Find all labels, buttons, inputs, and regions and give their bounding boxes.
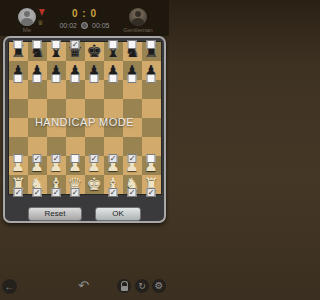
handicap-panel: HANDICAP MODE ♜♞♝♛✓♚♝♞♜♟♟♟♟♟♟♟♟♟♟✓♟✓♟♟✓♟…: [3, 36, 166, 223]
handicap-checkbox-c7[interactable]: [52, 74, 61, 83]
square-a2: ♟: [9, 156, 28, 175]
ok-button[interactable]: OK: [95, 207, 141, 221]
square-c7: ♟: [47, 61, 66, 80]
gear-icon: ⚙: [155, 279, 164, 293]
app-screen: ♛ Me 0 : 0 00:02 00:05 Gentleman HANDICA…: [0, 0, 169, 300]
lock-button[interactable]: [117, 279, 131, 293]
square-a8: ♜: [9, 42, 28, 61]
back-button[interactable]: ←: [2, 279, 17, 294]
back-icon: ←: [5, 280, 15, 294]
scoreboard: ♛ Me 0 : 0 00:02 00:05 Gentleman: [0, 0, 169, 36]
reset-button[interactable]: Reset: [28, 207, 82, 221]
square-e8: ♚: [85, 42, 104, 61]
square-f7: ♟: [104, 61, 123, 80]
handicap-checkbox-c8[interactable]: [52, 40, 61, 49]
square-a1: ♜✓: [9, 175, 28, 194]
square-a7: ♟: [9, 61, 28, 80]
square-e1: ♚: [85, 175, 104, 194]
square-d1: ♛✓: [66, 175, 85, 194]
undo-icon: ↶: [78, 278, 89, 293]
handicap-checkbox-f8[interactable]: [109, 40, 118, 49]
handicap-checkbox-d8[interactable]: ✓: [71, 40, 80, 49]
square-b8: ♞: [28, 42, 47, 61]
handicap-checkbox-d1[interactable]: ✓: [71, 188, 80, 197]
panel-buttons: Reset OK: [5, 207, 164, 221]
square-c1: ♝✓: [47, 175, 66, 194]
handicap-checkbox-h1[interactable]: ✓: [147, 188, 156, 197]
square-d2: ♟: [66, 156, 85, 175]
square-b1: ♞✓: [28, 175, 47, 194]
handicap-checkbox-e2[interactable]: ✓: [90, 154, 99, 163]
square-g1: ♞✓: [123, 175, 142, 194]
square-b2: ♟✓: [28, 156, 47, 175]
right-timer: 00:05: [92, 22, 110, 29]
right-player-name: Gentleman: [116, 27, 160, 33]
left-timer: 00:02: [59, 22, 77, 29]
handicap-checkbox-c1[interactable]: ✓: [52, 188, 61, 197]
undo-button[interactable]: ↶: [78, 278, 89, 293]
square-d8: ♛✓: [66, 42, 85, 61]
handicap-checkbox-b1[interactable]: ✓: [33, 188, 42, 197]
handicap-checkbox-h7[interactable]: [147, 74, 156, 83]
refresh-icon: ↻: [138, 279, 146, 293]
square-c2: ♟✓: [47, 156, 66, 175]
square-f8: ♝: [104, 42, 123, 61]
handicap-checkbox-g7[interactable]: [128, 74, 137, 83]
square-b7: ♟: [28, 61, 47, 80]
square-h7: ♟: [142, 61, 161, 80]
white-king-piece: ♚: [86, 175, 101, 194]
settings-button[interactable]: ⚙: [152, 279, 166, 293]
handicap-checkbox-a1[interactable]: ✓: [14, 188, 23, 197]
square-d7: ♟: [66, 61, 85, 80]
handicap-checkbox-b2[interactable]: ✓: [33, 154, 42, 163]
square-f2: ♟✓: [104, 156, 123, 175]
square-h1: ♜✓: [142, 175, 161, 194]
square-h8: ♜: [142, 42, 161, 61]
handicap-checkbox-a7[interactable]: [14, 74, 23, 83]
clock-icon: [81, 22, 88, 29]
handicap-checkbox-g1[interactable]: ✓: [128, 188, 137, 197]
square-g2: ♟✓: [123, 156, 142, 175]
handicap-checkbox-f7[interactable]: [109, 74, 118, 83]
square-e7: ♟: [85, 61, 104, 80]
handicap-checkbox-d2[interactable]: [71, 154, 80, 163]
refresh-button[interactable]: ↻: [135, 279, 149, 293]
handicap-checkbox-a8[interactable]: [14, 40, 23, 49]
handicap-mode-label: HANDICAP MODE: [9, 116, 161, 128]
handicap-checkbox-g2[interactable]: ✓: [128, 154, 137, 163]
square-c8: ♝: [47, 42, 66, 61]
handicap-checkbox-d7[interactable]: [71, 74, 80, 83]
handicap-checkbox-e7[interactable]: [90, 74, 99, 83]
square-h2: ♟: [142, 156, 161, 175]
handicap-checkbox-c2[interactable]: ✓: [52, 154, 61, 163]
handicap-checkbox-h8[interactable]: [147, 40, 156, 49]
right-player-avatar: [129, 8, 147, 26]
bottom-bar: ← ↶ ↻ ⚙: [0, 270, 169, 300]
handicap-checkbox-b8[interactable]: [33, 40, 42, 49]
square-g8: ♞: [123, 42, 142, 61]
handicap-checkbox-b7[interactable]: [33, 74, 42, 83]
square-g7: ♟: [123, 61, 142, 80]
handicap-checkbox-a2[interactable]: [14, 154, 23, 163]
handicap-checkbox-g8[interactable]: [128, 40, 137, 49]
square-f1: ♝✓: [104, 175, 123, 194]
handicap-checkbox-f1[interactable]: ✓: [109, 188, 118, 197]
handicap-checkbox-f2[interactable]: ✓: [109, 154, 118, 163]
handicap-checkbox-h2[interactable]: [147, 154, 156, 163]
square-e2: ♟✓: [85, 156, 104, 175]
chess-board: HANDICAP MODE ♜♞♝♛✓♚♝♞♜♟♟♟♟♟♟♟♟♟♟✓♟✓♟♟✓♟…: [8, 41, 162, 195]
black-king-piece: ♚: [86, 42, 101, 61]
